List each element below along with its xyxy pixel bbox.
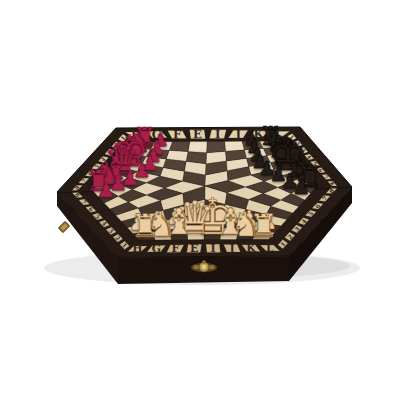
coordinate-label: F: [173, 127, 182, 141]
red-pawn[interactable]: ♟: [97, 180, 115, 201]
board-cell[interactable]: [225, 141, 245, 151]
board-cell[interactable]: [188, 142, 207, 153]
coordinate-label: I: [215, 127, 221, 141]
black-pawn[interactable]: ♟: [292, 177, 310, 198]
coordinate-label: J: [234, 127, 241, 141]
white-rook[interactable]: ♜: [131, 210, 160, 242]
board-cell[interactable]: [207, 141, 226, 152]
three-player-chess-set-photo: 87654321LKJIEFGH1234567887654321HGFEIJKL…: [0, 0, 400, 400]
brass-hinge-icon: [58, 221, 70, 233]
white-rook[interactable]: ♜: [250, 209, 279, 241]
coordinate-label: E: [193, 127, 202, 141]
board-cell[interactable]: [169, 142, 190, 152]
